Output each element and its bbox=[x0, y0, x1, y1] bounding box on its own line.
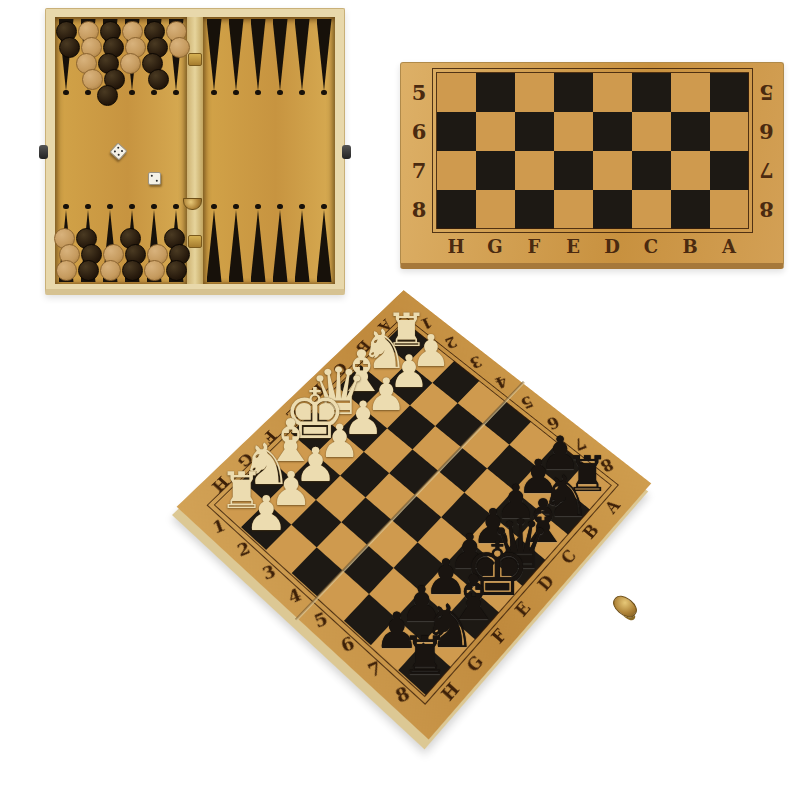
backgammon-point[interactable] bbox=[273, 210, 288, 282]
backgammon-point[interactable] bbox=[207, 19, 222, 91]
closed-square[interactable] bbox=[515, 112, 554, 151]
point-tip-dot bbox=[129, 204, 134, 209]
backgammon-point[interactable] bbox=[229, 210, 244, 282]
backgammon-point[interactable] bbox=[251, 19, 266, 91]
backgammon-point[interactable] bbox=[295, 210, 310, 282]
file-label: F bbox=[515, 229, 554, 263]
file-label: H bbox=[437, 229, 476, 263]
point-tip-dot bbox=[233, 90, 238, 95]
closed-square[interactable] bbox=[437, 112, 476, 151]
point-tip-dot bbox=[255, 90, 260, 95]
closed-square[interactable] bbox=[710, 112, 749, 151]
closed-square[interactable] bbox=[671, 112, 710, 151]
die-pip bbox=[156, 180, 158, 182]
point-tip-dot bbox=[277, 204, 282, 209]
point-tip-dot bbox=[85, 204, 90, 209]
die-pip bbox=[113, 150, 116, 153]
checker-light[interactable] bbox=[144, 260, 165, 281]
rank-label: 5 bbox=[401, 73, 437, 112]
backgammon-point[interactable] bbox=[273, 19, 288, 91]
product-photo-scene: 55667788HGFEDCBA 1122334455667788HHGGFFE… bbox=[0, 0, 800, 800]
checker-dark[interactable] bbox=[97, 85, 118, 106]
point-tip-dot bbox=[211, 90, 216, 95]
checker-light[interactable] bbox=[169, 37, 190, 58]
point-tip-dot bbox=[173, 90, 178, 95]
die[interactable] bbox=[109, 142, 127, 160]
die[interactable] bbox=[148, 172, 161, 185]
point-tip-dot bbox=[299, 90, 304, 95]
rank-label-mirrored: 6 bbox=[749, 112, 783, 151]
die-pip bbox=[151, 175, 153, 177]
point-tip-dot bbox=[255, 204, 260, 209]
closed-square[interactable] bbox=[437, 190, 476, 229]
closed-square[interactable] bbox=[710, 151, 749, 190]
checker-light[interactable] bbox=[82, 69, 103, 90]
closed-square[interactable] bbox=[710, 190, 749, 229]
closed-square[interactable] bbox=[476, 112, 515, 151]
clasp-knob-left[interactable] bbox=[39, 145, 48, 159]
checker-dark[interactable] bbox=[148, 69, 169, 90]
closed-square[interactable] bbox=[671, 73, 710, 112]
backgammon-box bbox=[45, 8, 345, 295]
rank-label: 8 bbox=[401, 190, 437, 229]
die-pip bbox=[117, 146, 120, 149]
closed-square[interactable] bbox=[554, 73, 593, 112]
point-tip-dot bbox=[277, 90, 282, 95]
point-tip-dot bbox=[173, 204, 178, 209]
closed-square[interactable] bbox=[554, 190, 593, 229]
backgammon-interior bbox=[55, 17, 335, 284]
brass-hinge bbox=[188, 53, 202, 66]
closed-square[interactable] bbox=[671, 190, 710, 229]
backgammon-point[interactable] bbox=[229, 19, 244, 91]
checker-dark[interactable] bbox=[78, 260, 99, 281]
rank-label: 7 bbox=[401, 151, 437, 190]
closed-square[interactable] bbox=[515, 190, 554, 229]
checker-dark[interactable] bbox=[59, 37, 80, 58]
closed-square[interactable] bbox=[632, 112, 671, 151]
file-label: D bbox=[593, 229, 632, 263]
brass-hinge bbox=[188, 235, 202, 248]
point-tip-dot bbox=[63, 90, 68, 95]
file-label: A bbox=[710, 229, 749, 263]
file-label: G bbox=[476, 229, 515, 263]
chess-board-clasp[interactable] bbox=[610, 592, 641, 621]
backgammon-left-panel bbox=[55, 17, 187, 284]
point-tip-dot bbox=[85, 90, 90, 95]
chess-piece-white-P[interactable]: ♟ bbox=[245, 492, 288, 535]
closed-square[interactable] bbox=[593, 190, 632, 229]
closed-square[interactable] bbox=[632, 190, 671, 229]
closed-square[interactable] bbox=[632, 151, 671, 190]
backgammon-point[interactable] bbox=[251, 210, 266, 282]
fold-divider bbox=[187, 17, 203, 284]
checker-light[interactable] bbox=[56, 260, 77, 281]
point-tip-dot bbox=[151, 90, 156, 95]
file-label: C bbox=[632, 229, 671, 263]
die-pip bbox=[117, 153, 120, 156]
backgammon-point[interactable] bbox=[295, 19, 310, 91]
point-tip-dot bbox=[211, 204, 216, 209]
rank-label-mirrored: 7 bbox=[749, 151, 783, 190]
closed-square[interactable] bbox=[437, 73, 476, 112]
closed-square[interactable] bbox=[554, 112, 593, 151]
point-tip-dot bbox=[63, 204, 68, 209]
closed-square[interactable] bbox=[593, 73, 632, 112]
backgammon-point[interactable] bbox=[317, 210, 332, 282]
rank-label: 6 bbox=[401, 112, 437, 151]
point-tip-dot bbox=[233, 204, 238, 209]
file-label: B bbox=[671, 229, 710, 263]
closed-square[interactable] bbox=[515, 151, 554, 190]
closed-square[interactable] bbox=[593, 151, 632, 190]
closed-chess-box: 55667788HGFEDCBA bbox=[400, 62, 784, 269]
point-tip-dot bbox=[321, 204, 326, 209]
backgammon-right-panel bbox=[203, 17, 335, 284]
checker-dark[interactable] bbox=[122, 260, 143, 281]
die-pip bbox=[120, 150, 123, 153]
clasp-knob-right[interactable] bbox=[342, 145, 351, 159]
closed-square[interactable] bbox=[593, 112, 632, 151]
closed-square[interactable] bbox=[437, 151, 476, 190]
point-tip-dot bbox=[151, 204, 156, 209]
point-tip-dot bbox=[129, 90, 134, 95]
closed-square[interactable] bbox=[476, 151, 515, 190]
closed-square[interactable] bbox=[476, 73, 515, 112]
closed-square[interactable] bbox=[476, 190, 515, 229]
closed-square[interactable] bbox=[671, 151, 710, 190]
rank-label-mirrored: 5 bbox=[749, 73, 783, 112]
checker-light[interactable] bbox=[120, 53, 141, 74]
closed-square[interactable] bbox=[554, 151, 593, 190]
closed-square[interactable] bbox=[515, 73, 554, 112]
checker-light[interactable] bbox=[100, 260, 121, 281]
point-tip-dot bbox=[107, 204, 112, 209]
backgammon-point[interactable] bbox=[317, 19, 332, 91]
chess-piece-black-R[interactable]: ♜ bbox=[401, 632, 449, 680]
checker-dark[interactable] bbox=[166, 260, 187, 281]
closed-square[interactable] bbox=[632, 73, 671, 112]
file-label: E bbox=[554, 229, 593, 263]
backgammon-point[interactable] bbox=[207, 210, 222, 282]
closed-square[interactable] bbox=[710, 73, 749, 112]
rank-label-mirrored: 8 bbox=[749, 190, 783, 229]
point-tip-dot bbox=[299, 204, 304, 209]
point-tip-dot bbox=[321, 90, 326, 95]
